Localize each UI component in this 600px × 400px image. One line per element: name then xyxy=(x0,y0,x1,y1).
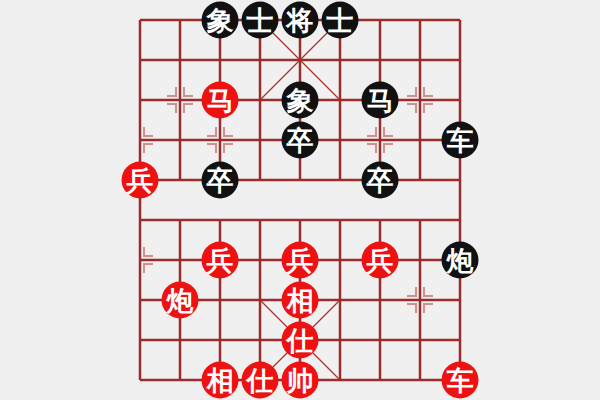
red-soldier[interactable]: 兵 xyxy=(282,242,319,279)
red-elephant[interactable]: 相 xyxy=(202,362,239,399)
point-marker xyxy=(367,144,376,153)
black-general[interactable]: 将 xyxy=(282,2,319,39)
point-marker xyxy=(144,144,153,153)
point-marker xyxy=(424,304,433,313)
black-soldier[interactable]: 卒 xyxy=(202,162,239,199)
point-marker xyxy=(167,87,176,96)
point-marker xyxy=(184,104,193,113)
red-advisor[interactable]: 仕 xyxy=(282,322,319,359)
red-horse[interactable]: 马 xyxy=(202,82,239,119)
point-marker xyxy=(207,144,216,153)
black-horse[interactable]: 马 xyxy=(362,82,399,119)
red-soldier[interactable]: 兵 xyxy=(362,242,399,279)
point-marker xyxy=(424,87,433,96)
point-marker xyxy=(407,304,416,313)
point-marker xyxy=(424,287,433,296)
black-advisor[interactable]: 士 xyxy=(242,2,279,39)
point-marker xyxy=(144,127,153,136)
point-marker xyxy=(167,104,176,113)
point-marker xyxy=(184,87,193,96)
point-marker xyxy=(384,127,393,136)
red-soldier[interactable]: 兵 xyxy=(122,162,159,199)
red-elephant[interactable]: 相 xyxy=(282,282,319,319)
point-marker xyxy=(207,127,216,136)
point-marker xyxy=(407,104,416,113)
red-general[interactable]: 帅 xyxy=(282,362,319,399)
point-marker xyxy=(407,87,416,96)
point-marker xyxy=(424,104,433,113)
black-chariot[interactable]: 车 xyxy=(442,122,479,159)
red-chariot[interactable]: 车 xyxy=(442,362,479,399)
black-elephant[interactable]: 象 xyxy=(202,2,239,39)
point-marker xyxy=(224,144,233,153)
point-marker xyxy=(144,264,153,273)
red-advisor[interactable]: 仕 xyxy=(242,362,279,399)
black-cannon[interactable]: 炮 xyxy=(442,242,479,279)
point-marker xyxy=(367,127,376,136)
red-soldier[interactable]: 兵 xyxy=(202,242,239,279)
black-soldier[interactable]: 卒 xyxy=(282,122,319,159)
xiangqi-board[interactable]: 象士将士象马卒车卒卒炮马兵兵兵兵炮相仕相仕帅车 xyxy=(0,0,600,400)
black-elephant[interactable]: 象 xyxy=(282,82,319,119)
point-marker xyxy=(224,127,233,136)
black-advisor[interactable]: 士 xyxy=(322,2,359,39)
point-marker xyxy=(384,144,393,153)
point-marker xyxy=(407,287,416,296)
black-soldier[interactable]: 卒 xyxy=(362,162,399,199)
red-cannon[interactable]: 炮 xyxy=(162,282,199,319)
point-marker xyxy=(144,247,153,256)
